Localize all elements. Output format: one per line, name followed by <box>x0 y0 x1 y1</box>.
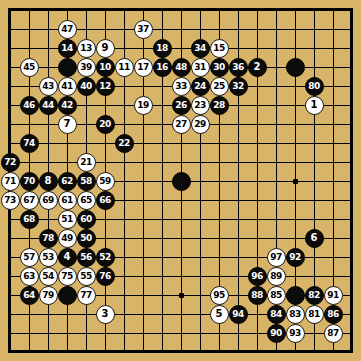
black-stone-4: 4 <box>58 248 77 267</box>
white-stone-61: 61 <box>58 191 77 210</box>
black-stone-26: 26 <box>172 96 191 115</box>
black-stone-12: 12 <box>96 77 115 96</box>
black-stone-34: 34 <box>191 39 210 58</box>
white-stone-43: 43 <box>39 77 58 96</box>
white-stone-45: 45 <box>20 58 39 77</box>
white-stone-11: 11 <box>115 58 134 77</box>
black-stone-84: 84 <box>267 305 286 324</box>
black-stone-92: 92 <box>286 248 305 267</box>
black-stone-handicap <box>286 286 305 305</box>
white-stone-17: 17 <box>134 58 153 77</box>
white-stone-65: 65 <box>77 191 96 210</box>
white-stone-51: 51 <box>58 210 77 229</box>
black-stone-42: 42 <box>58 96 77 115</box>
black-stone-66: 66 <box>96 191 115 210</box>
white-stone-79: 79 <box>39 286 58 305</box>
black-stone-22: 22 <box>115 134 134 153</box>
black-stone-28: 28 <box>210 96 229 115</box>
white-stone-81: 81 <box>305 305 324 324</box>
white-stone-97: 97 <box>267 248 286 267</box>
white-stone-55: 55 <box>77 267 96 286</box>
black-stone-96: 96 <box>248 267 267 286</box>
white-stone-21: 21 <box>77 153 96 172</box>
black-stone-56: 56 <box>77 248 96 267</box>
white-stone-91: 91 <box>324 286 343 305</box>
black-stone-handicap <box>286 58 305 77</box>
black-stone-16: 16 <box>153 58 172 77</box>
white-stone-49: 49 <box>58 229 77 248</box>
white-stone-1: 1 <box>305 96 324 115</box>
black-stone-handicap <box>58 58 77 77</box>
black-stone-6: 6 <box>305 229 324 248</box>
white-stone-33: 33 <box>172 77 191 96</box>
white-stone-39: 39 <box>77 58 96 77</box>
black-stone-62: 62 <box>58 172 77 191</box>
black-stone-60: 60 <box>77 210 96 229</box>
black-stone-52: 52 <box>96 248 115 267</box>
white-stone-69: 69 <box>39 191 58 210</box>
white-stone-73: 73 <box>1 191 20 210</box>
black-stone-68: 68 <box>20 210 39 229</box>
white-stone-13: 13 <box>77 39 96 58</box>
white-stone-25: 25 <box>210 77 229 96</box>
black-stone-88: 88 <box>248 286 267 305</box>
star-point <box>179 293 184 298</box>
white-stone-41: 41 <box>58 77 77 96</box>
black-stone-86: 86 <box>324 305 343 324</box>
black-stone-handicap <box>172 172 191 191</box>
black-stone-30: 30 <box>210 58 229 77</box>
white-stone-85: 85 <box>267 286 286 305</box>
white-stone-19: 19 <box>134 96 153 115</box>
white-stone-75: 75 <box>58 267 77 286</box>
black-stone-24: 24 <box>191 77 210 96</box>
black-stone-82: 82 <box>305 286 324 305</box>
white-stone-93: 93 <box>286 324 305 343</box>
white-stone-9: 9 <box>96 39 115 58</box>
black-stone-18: 18 <box>153 39 172 58</box>
white-stone-29: 29 <box>191 115 210 134</box>
black-stone-handicap <box>58 286 77 305</box>
white-stone-57: 57 <box>20 248 39 267</box>
black-stone-48: 48 <box>172 58 191 77</box>
black-stone-76: 76 <box>96 267 115 286</box>
white-stone-54: 54 <box>39 267 58 286</box>
black-stone-20: 20 <box>96 115 115 134</box>
white-stone-71: 71 <box>1 172 20 191</box>
black-stone-8: 8 <box>39 172 58 191</box>
black-stone-64: 64 <box>20 286 39 305</box>
white-stone-7: 7 <box>58 115 77 134</box>
white-stone-89: 89 <box>267 267 286 286</box>
black-stone-80: 80 <box>305 77 324 96</box>
black-stone-46: 46 <box>20 96 39 115</box>
white-stone-47: 47 <box>58 20 77 39</box>
black-stone-14: 14 <box>58 39 77 58</box>
black-stone-44: 44 <box>39 96 58 115</box>
black-stone-2: 2 <box>248 58 267 77</box>
white-stone-37: 37 <box>134 20 153 39</box>
white-stone-77: 77 <box>77 286 96 305</box>
black-stone-40: 40 <box>77 77 96 96</box>
black-stone-50: 50 <box>77 229 96 248</box>
white-stone-23: 23 <box>191 96 210 115</box>
white-stone-83: 83 <box>286 305 305 324</box>
white-stone-3: 3 <box>96 305 115 324</box>
white-stone-15: 15 <box>210 39 229 58</box>
white-stone-87: 87 <box>324 324 343 343</box>
white-stone-63: 63 <box>20 267 39 286</box>
white-stone-53: 53 <box>39 248 58 267</box>
black-stone-90: 90 <box>267 324 286 343</box>
black-stone-36: 36 <box>229 58 248 77</box>
black-stone-72: 72 <box>1 153 20 172</box>
white-stone-5: 5 <box>210 305 229 324</box>
white-stone-95: 95 <box>210 286 229 305</box>
star-point <box>293 179 298 184</box>
go-board[interactable]: 1234567891011121314151617181920212223242… <box>0 0 361 361</box>
white-stone-27: 27 <box>172 115 191 134</box>
white-stone-31: 31 <box>191 58 210 77</box>
black-stone-78: 78 <box>39 229 58 248</box>
black-stone-70: 70 <box>20 172 39 191</box>
black-stone-94: 94 <box>229 305 248 324</box>
white-stone-67: 67 <box>20 191 39 210</box>
black-stone-74: 74 <box>20 134 39 153</box>
black-stone-58: 58 <box>77 172 96 191</box>
black-stone-10: 10 <box>96 58 115 77</box>
white-stone-59: 59 <box>96 172 115 191</box>
black-stone-32: 32 <box>229 77 248 96</box>
